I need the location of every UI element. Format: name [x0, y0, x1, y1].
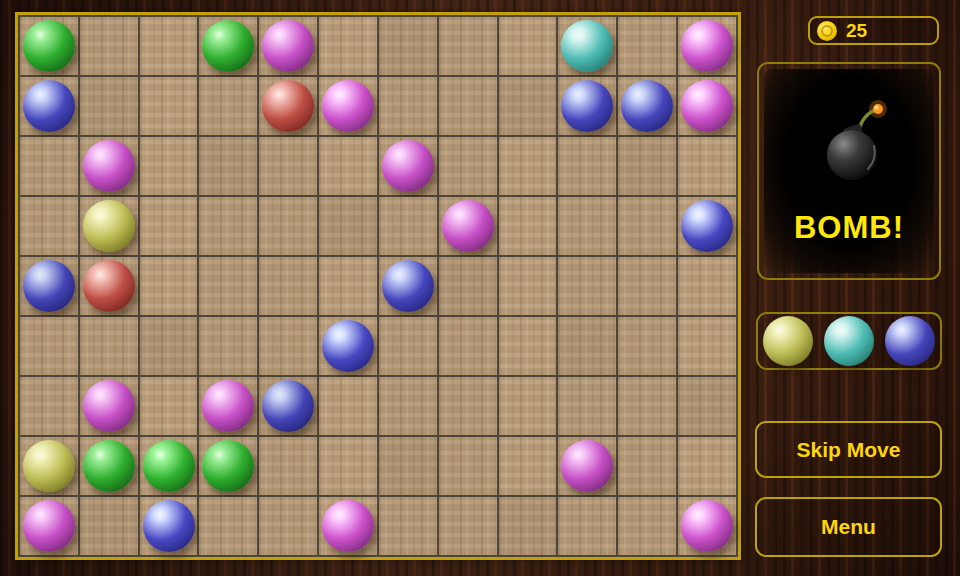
board-cell[interactable]	[439, 377, 497, 435]
board-cell[interactable]	[319, 17, 377, 75]
board-cell[interactable]	[499, 437, 557, 495]
green-ball[interactable]	[202, 440, 254, 492]
board-cell[interactable]	[80, 437, 138, 495]
board-cell[interactable]	[140, 137, 198, 195]
board-cell[interactable]	[558, 377, 616, 435]
red-ball[interactable]	[83, 260, 135, 312]
magenta-ball[interactable]	[561, 440, 613, 492]
board-cell[interactable]	[199, 257, 257, 315]
board-cell[interactable]	[499, 317, 557, 375]
board-cell[interactable]	[319, 257, 377, 315]
board-cell[interactable]	[439, 257, 497, 315]
board-cell[interactable]	[379, 377, 437, 435]
board-cell[interactable]	[80, 77, 138, 135]
board-cell[interactable]	[199, 77, 257, 135]
board-cell[interactable]	[140, 497, 198, 555]
green-ball[interactable]	[83, 440, 135, 492]
score-display: 25	[808, 16, 939, 45]
bomb-bonus-panel: BOMB!	[757, 62, 941, 280]
board-cell[interactable]	[199, 377, 257, 435]
board-cell[interactable]	[558, 257, 616, 315]
teal-ball[interactable]	[561, 20, 613, 72]
board-cell[interactable]	[259, 497, 317, 555]
board-cell[interactable]	[140, 257, 198, 315]
game-board	[15, 12, 741, 560]
board-cell[interactable]	[678, 497, 736, 555]
magenta-ball[interactable]	[681, 80, 733, 132]
blue-ball[interactable]	[23, 260, 75, 312]
board-cell[interactable]	[379, 137, 437, 195]
yellow-ball[interactable]	[23, 440, 75, 492]
board-cell[interactable]	[618, 377, 676, 435]
board-cell[interactable]	[319, 197, 377, 255]
board-cell[interactable]	[618, 437, 676, 495]
board-cell[interactable]	[678, 77, 736, 135]
board-cell[interactable]	[379, 77, 437, 135]
board-cell[interactable]	[678, 137, 736, 195]
board-cell[interactable]	[20, 137, 78, 195]
menu-button[interactable]: Menu	[755, 497, 942, 557]
board-cell[interactable]	[379, 197, 437, 255]
board-cell[interactable]	[80, 317, 138, 375]
board-cell[interactable]	[140, 197, 198, 255]
board-cell[interactable]	[439, 197, 497, 255]
coin-icon	[817, 21, 837, 41]
board-cell[interactable]	[678, 197, 736, 255]
next-ball-yellow	[763, 316, 813, 366]
board-cell[interactable]	[558, 497, 616, 555]
magenta-ball[interactable]	[262, 20, 314, 72]
board-cell[interactable]	[678, 257, 736, 315]
red-ball[interactable]	[262, 80, 314, 132]
board-cell[interactable]	[259, 17, 317, 75]
board-cell[interactable]	[439, 497, 497, 555]
board-cell[interactable]	[80, 137, 138, 195]
magenta-ball[interactable]	[83, 380, 135, 432]
board-cell[interactable]	[319, 317, 377, 375]
board-cell[interactable]	[80, 497, 138, 555]
board-cell[interactable]	[618, 497, 676, 555]
magenta-ball[interactable]	[322, 500, 374, 552]
blue-ball[interactable]	[561, 80, 613, 132]
board-cell[interactable]	[199, 137, 257, 195]
board-cell[interactable]	[80, 377, 138, 435]
board-cell[interactable]	[259, 317, 317, 375]
board-cell[interactable]	[439, 77, 497, 135]
board-cell[interactable]	[558, 317, 616, 375]
board-cell[interactable]	[20, 497, 78, 555]
board-cell[interactable]	[199, 317, 257, 375]
board-cell[interactable]	[80, 17, 138, 75]
green-ball[interactable]	[143, 440, 195, 492]
blue-ball[interactable]	[681, 200, 733, 252]
board-cell[interactable]	[379, 437, 437, 495]
magenta-ball[interactable]	[202, 380, 254, 432]
board-cell[interactable]	[80, 257, 138, 315]
board-cell[interactable]	[20, 377, 78, 435]
board-cell[interactable]	[80, 197, 138, 255]
board-cell[interactable]	[259, 437, 317, 495]
board-cell[interactable]	[439, 437, 497, 495]
board-cell[interactable]	[379, 257, 437, 315]
magenta-ball[interactable]	[681, 20, 733, 72]
board-cell[interactable]	[499, 197, 557, 255]
blue-ball[interactable]	[262, 380, 314, 432]
board-cell[interactable]	[678, 317, 736, 375]
board-cell[interactable]	[319, 77, 377, 135]
board-cell[interactable]	[499, 497, 557, 555]
board-cell[interactable]	[319, 377, 377, 435]
board-cell[interactable]	[20, 17, 78, 75]
board-cell[interactable]	[558, 77, 616, 135]
magenta-ball[interactable]	[681, 500, 733, 552]
board-cell[interactable]	[319, 137, 377, 195]
board-cell[interactable]	[558, 197, 616, 255]
board-cell[interactable]	[499, 77, 557, 135]
magenta-ball[interactable]	[322, 80, 374, 132]
board-cell[interactable]	[678, 17, 736, 75]
board-cell[interactable]	[499, 257, 557, 315]
board-cell[interactable]	[379, 497, 437, 555]
board-cell[interactable]	[618, 317, 676, 375]
skip-move-button[interactable]: Skip Move	[755, 421, 942, 478]
board-cell[interactable]	[558, 17, 616, 75]
yellow-ball[interactable]	[83, 200, 135, 252]
board-cell[interactable]	[259, 77, 317, 135]
board-cell[interactable]	[20, 77, 78, 135]
magenta-ball[interactable]	[382, 140, 434, 192]
board-cell[interactable]	[319, 497, 377, 555]
blue-ball[interactable]	[382, 260, 434, 312]
board-cell[interactable]	[199, 17, 257, 75]
board-cell[interactable]	[618, 77, 676, 135]
bomb-label: BOMB!	[759, 210, 939, 246]
board-cell[interactable]	[319, 437, 377, 495]
board-cell[interactable]	[558, 137, 616, 195]
magenta-ball[interactable]	[442, 200, 494, 252]
blue-ball[interactable]	[621, 80, 673, 132]
board-cell[interactable]	[439, 317, 497, 375]
board-cell[interactable]	[379, 317, 437, 375]
board-cell[interactable]	[140, 77, 198, 135]
board-cell[interactable]	[439, 17, 497, 75]
board-cell[interactable]	[439, 137, 497, 195]
board-cell[interactable]	[199, 197, 257, 255]
magenta-ball[interactable]	[83, 140, 135, 192]
board-cell[interactable]	[20, 197, 78, 255]
board-cell[interactable]	[20, 317, 78, 375]
next-balls-tray	[756, 312, 942, 370]
blue-ball[interactable]	[143, 500, 195, 552]
board-cell[interactable]	[259, 377, 317, 435]
next-ball-teal	[824, 316, 874, 366]
green-ball[interactable]	[23, 20, 75, 72]
magenta-ball[interactable]	[23, 500, 75, 552]
board-cell[interactable]	[259, 137, 317, 195]
board-cell[interactable]	[140, 437, 198, 495]
board-cell[interactable]	[618, 137, 676, 195]
board-cell[interactable]	[259, 197, 317, 255]
board-cell[interactable]	[558, 437, 616, 495]
next-ball-blue	[885, 316, 935, 366]
board-cell[interactable]	[140, 17, 198, 75]
board-cell[interactable]	[499, 137, 557, 195]
blue-ball[interactable]	[322, 320, 374, 372]
blue-ball[interactable]	[23, 80, 75, 132]
board-cell[interactable]	[259, 257, 317, 315]
board-cell[interactable]	[618, 17, 676, 75]
board-cell[interactable]	[678, 437, 736, 495]
green-ball[interactable]	[202, 20, 254, 72]
board-cell[interactable]	[618, 257, 676, 315]
board-cell[interactable]	[618, 197, 676, 255]
board-cell[interactable]	[199, 497, 257, 555]
board-cell[interactable]	[499, 17, 557, 75]
board-cell[interactable]	[678, 377, 736, 435]
board-cell[interactable]	[199, 437, 257, 495]
board-cell[interactable]	[499, 377, 557, 435]
board-cell[interactable]	[140, 377, 198, 435]
board-cell[interactable]	[20, 437, 78, 495]
board-cell[interactable]	[20, 257, 78, 315]
score-value: 25	[846, 20, 867, 42]
board-cell[interactable]	[379, 17, 437, 75]
board-cell[interactable]	[140, 317, 198, 375]
